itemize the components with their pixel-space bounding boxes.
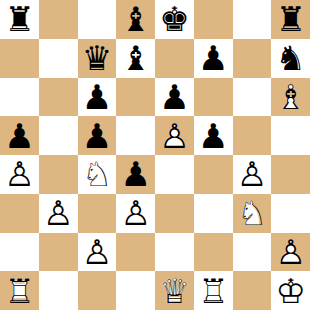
square-b7[interactable] [39,39,78,78]
piece-black-pawn-icon[interactable]: ♟ [78,78,117,117]
square-a6[interactable] [0,78,39,117]
square-c8[interactable] [78,0,117,39]
square-g4[interactable]: ♟♙ [233,155,272,194]
square-c6[interactable]: ♟ [78,78,117,117]
square-a1[interactable]: ♜♖ [0,271,39,310]
piece-black-pawn-icon[interactable]: ♟ [155,78,194,117]
piece-outline-layer: ♙ [78,233,117,272]
square-e2[interactable] [155,233,194,272]
piece-white-pawn-icon[interactable]: ♟♙ [78,233,117,272]
piece-white-pawn-icon[interactable]: ♟♙ [39,194,78,233]
piece-white-pawn-icon[interactable]: ♟♙ [116,194,155,233]
square-g8[interactable] [233,0,272,39]
piece-outline-layer: ♙ [233,155,272,194]
square-d2[interactable] [116,233,155,272]
piece-outline-layer: ♘ [78,155,117,194]
square-d7[interactable]: ♝ [116,39,155,78]
piece-white-queen-icon[interactable]: ♛♕ [155,271,194,310]
piece-white-rook-icon[interactable]: ♜♖ [0,271,39,310]
square-e7[interactable] [155,39,194,78]
piece-outline-layer: ♖ [194,271,233,310]
piece-white-pawn-icon[interactable]: ♟♙ [233,155,272,194]
square-e5[interactable]: ♟♙ [155,116,194,155]
square-b1[interactable] [39,271,78,310]
piece-white-bishop-icon[interactable]: ♝♗ [271,78,310,117]
square-e6[interactable]: ♟ [155,78,194,117]
square-h2[interactable]: ♟♙ [271,233,310,272]
piece-white-pawn-icon[interactable]: ♟♙ [271,233,310,272]
square-g3[interactable]: ♞♘ [233,194,272,233]
piece-black-knight-icon[interactable]: ♞ [271,39,310,78]
piece-white-knight-icon[interactable]: ♞♘ [233,194,272,233]
piece-black-pawn-icon[interactable]: ♟ [194,39,233,78]
piece-outline-layer: ♘ [233,194,272,233]
square-d3[interactable]: ♟♙ [116,194,155,233]
square-a3[interactable] [0,194,39,233]
piece-black-king-icon[interactable]: ♚ [155,0,194,39]
piece-white-pawn-icon[interactable]: ♟♙ [155,116,194,155]
square-b4[interactable] [39,155,78,194]
square-e4[interactable] [155,155,194,194]
square-f1[interactable]: ♜♖ [194,271,233,310]
square-h4[interactable] [271,155,310,194]
square-f8[interactable] [194,0,233,39]
square-h1[interactable]: ♚♔ [271,271,310,310]
square-c5[interactable]: ♟ [78,116,117,155]
square-b5[interactable] [39,116,78,155]
square-e8[interactable]: ♚ [155,0,194,39]
piece-black-bishop-icon[interactable]: ♝ [116,0,155,39]
square-c1[interactable] [78,271,117,310]
square-f3[interactable] [194,194,233,233]
piece-white-knight-icon[interactable]: ♞♘ [78,155,117,194]
piece-outline-layer: ♙ [155,116,194,155]
square-c7[interactable]: ♛ [78,39,117,78]
piece-black-pawn-icon[interactable]: ♟ [78,116,117,155]
square-f2[interactable] [194,233,233,272]
chess-board: ♜♝♚♜♛♝♟♞♟♟♝♗♟♟♟♙♟♟♙♞♘♟♟♙♟♙♟♙♞♘♟♙♟♙♜♖♛♕♜♖… [0,0,310,310]
square-d4[interactable]: ♟ [116,155,155,194]
square-b3[interactable]: ♟♙ [39,194,78,233]
piece-outline-layer: ♗ [271,78,310,117]
piece-black-bishop-icon[interactable]: ♝ [116,39,155,78]
piece-outline-layer: ♙ [39,194,78,233]
piece-outline-layer: ♙ [271,233,310,272]
piece-outline-layer: ♙ [0,155,39,194]
square-g7[interactable] [233,39,272,78]
piece-black-queen-icon[interactable]: ♛ [78,39,117,78]
piece-white-king-icon[interactable]: ♚♔ [271,271,310,310]
piece-outline-layer: ♙ [116,194,155,233]
square-d5[interactable] [116,116,155,155]
square-g5[interactable] [233,116,272,155]
square-a7[interactable] [0,39,39,78]
square-f7[interactable]: ♟ [194,39,233,78]
piece-white-rook-icon[interactable]: ♜♖ [194,271,233,310]
piece-black-pawn-icon[interactable]: ♟ [116,155,155,194]
square-b6[interactable] [39,78,78,117]
square-g1[interactable] [233,271,272,310]
square-a5[interactable]: ♟ [0,116,39,155]
square-b8[interactable] [39,0,78,39]
piece-outline-layer: ♖ [0,271,39,310]
square-c3[interactable] [78,194,117,233]
piece-outline-layer: ♕ [155,271,194,310]
square-e1[interactable]: ♛♕ [155,271,194,310]
square-h3[interactable] [271,194,310,233]
square-f5[interactable]: ♟ [194,116,233,155]
square-g2[interactable] [233,233,272,272]
square-h8[interactable]: ♜ [271,0,310,39]
square-f4[interactable] [194,155,233,194]
square-c4[interactable]: ♞♘ [78,155,117,194]
square-g6[interactable] [233,78,272,117]
square-d6[interactable] [116,78,155,117]
square-a2[interactable] [0,233,39,272]
piece-black-pawn-icon[interactable]: ♟ [0,116,39,155]
square-a4[interactable]: ♟♙ [0,155,39,194]
square-f6[interactable] [194,78,233,117]
piece-black-pawn-icon[interactable]: ♟ [194,116,233,155]
square-h7[interactable]: ♞ [271,39,310,78]
piece-black-rook-icon[interactable]: ♜ [271,0,310,39]
square-d1[interactable] [116,271,155,310]
square-b2[interactable] [39,233,78,272]
square-e3[interactable] [155,194,194,233]
piece-black-rook-icon[interactable]: ♜ [0,0,39,39]
piece-white-pawn-icon[interactable]: ♟♙ [0,155,39,194]
square-c2[interactable]: ♟♙ [78,233,117,272]
square-a8[interactable]: ♜ [0,0,39,39]
square-h6[interactable]: ♝♗ [271,78,310,117]
square-d8[interactable]: ♝ [116,0,155,39]
piece-outline-layer: ♔ [271,271,310,310]
square-h5[interactable] [271,116,310,155]
